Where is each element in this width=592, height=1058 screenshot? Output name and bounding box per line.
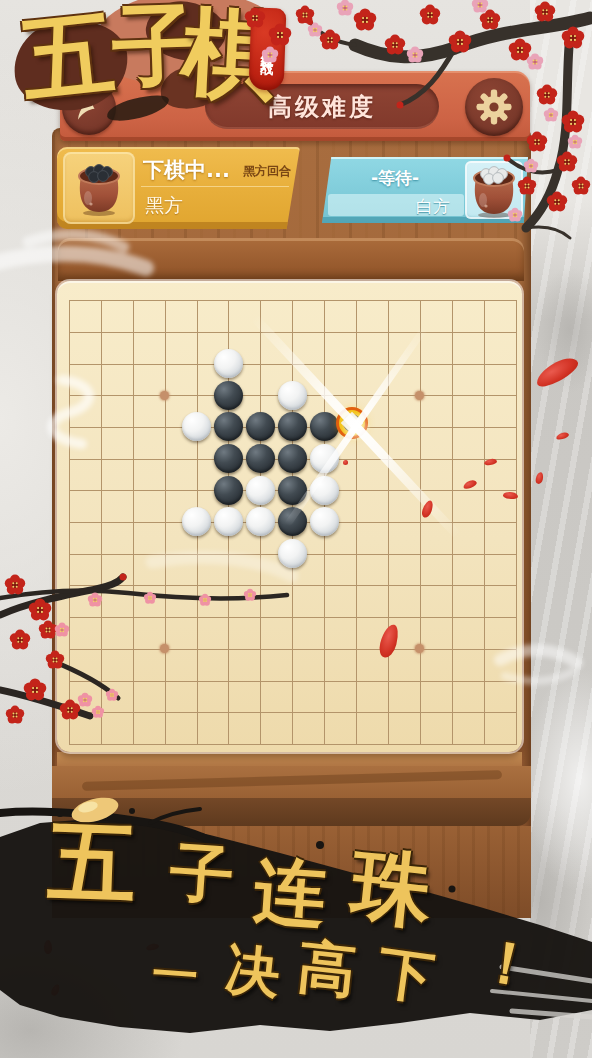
page-root: 下棋中... 黑方回合 黑方 -等待- 白方 高级难度 — [0, 0, 592, 1058]
banner-char: 连 — [252, 854, 329, 931]
banner-char: 下 — [374, 942, 437, 1005]
banner-char: 决 — [223, 941, 282, 1000]
back-arrow-icon — [71, 90, 107, 126]
banner-char: 一 — [150, 950, 199, 999]
plum-blossom-art-bottom-left — [0, 570, 345, 760]
plum-blossom-art-top-right — [225, 0, 592, 245]
banner-char: 子 — [168, 840, 236, 908]
back-button[interactable] — [62, 81, 116, 135]
banner-char: 五 — [46, 816, 137, 907]
black-stone-pot-icon — [63, 152, 135, 224]
black-status-label: 下棋中... — [143, 156, 230, 184]
black-player-name: 黑方 — [145, 193, 183, 219]
banner-char: ！ — [473, 929, 540, 996]
banner-char: 珠 — [348, 844, 436, 932]
banner-char: 高 — [295, 937, 359, 1001]
